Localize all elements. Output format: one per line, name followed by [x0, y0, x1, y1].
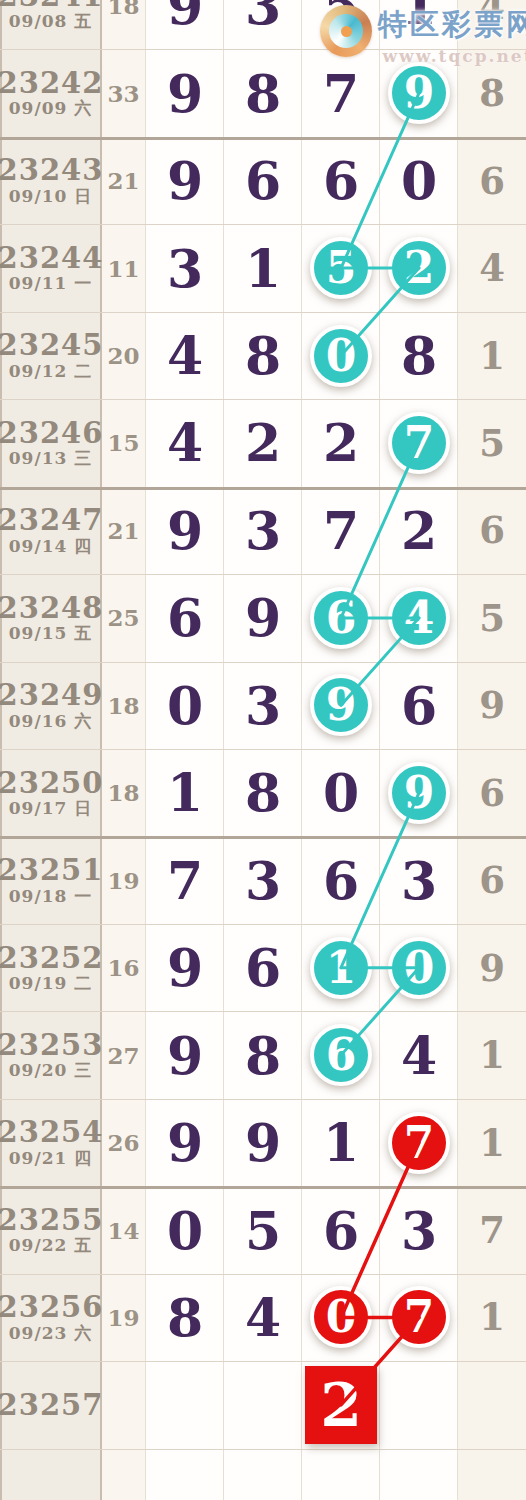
sum-cell: 14	[101, 1186, 146, 1273]
digit-cell: 7	[302, 487, 380, 574]
issue-wrap: 2324809/15 五	[0, 593, 103, 643]
issue-cell: 2325609/23 六	[0, 1274, 101, 1361]
date-label: 09/10 日	[9, 188, 92, 206]
digit-cell: 0	[302, 1274, 380, 1361]
issue-label: 23250	[0, 768, 103, 798]
sum-cell: 33	[101, 49, 146, 136]
issue-wrap: 2325109/18 一	[0, 855, 103, 905]
digit-cell: 0	[302, 749, 380, 836]
extra-cell: 1	[458, 1099, 526, 1186]
digit-cell: 6	[302, 837, 380, 924]
digit-cell: 3	[224, 0, 302, 49]
issue-label: 23243	[0, 155, 103, 185]
issue-wrap: 2324409/11 一	[0, 243, 103, 293]
table-row: 2325609/23 六1984071	[0, 1274, 526, 1362]
digit-cell: 6	[302, 1186, 380, 1273]
digit-cell	[302, 1449, 380, 1500]
sum-cell: 19	[101, 837, 146, 924]
date-label: 09/08 五	[9, 13, 92, 31]
issue-label: 23241	[0, 0, 103, 11]
digit-cell	[224, 1449, 302, 1500]
issue-cell: 2325509/22 五	[0, 1186, 101, 1273]
issue-wrap: 2324509/12 二	[0, 330, 103, 380]
digit-cell: 9	[224, 574, 302, 661]
table-row: 2325409/21 四2699171	[0, 1099, 526, 1189]
issue-wrap: 2325409/21 四	[0, 1117, 103, 1167]
digit-cell: 0	[380, 924, 458, 1011]
sum-cell	[101, 1449, 146, 1500]
extra-cell: 9	[458, 924, 526, 1011]
sum-cell: 11	[101, 224, 146, 311]
issue-wrap: 23257	[0, 1390, 103, 1420]
date-label: 09/22 五	[9, 1237, 92, 1255]
digit-cell: 0	[146, 662, 224, 749]
digit-cell: 7	[380, 1099, 458, 1186]
digit-cell: 9	[146, 49, 224, 136]
digit-cell: 7	[380, 399, 458, 486]
marked-circle-teal: 6	[310, 587, 372, 649]
issue-label: 23254	[0, 1117, 103, 1147]
digit-cell: 1	[224, 224, 302, 311]
table-row	[0, 1449, 526, 1500]
marked-circle-teal: 7	[388, 412, 450, 474]
marked-circle-red: 7	[388, 1286, 450, 1348]
digit-cell: 9	[302, 662, 380, 749]
date-label: 09/15 五	[9, 625, 92, 643]
issue-cell: 2324909/16 六	[0, 662, 101, 749]
digit-cell: 1	[302, 1099, 380, 1186]
issue-cell: 2324709/14 四	[0, 487, 101, 574]
marked-circle-teal: 2	[388, 237, 450, 299]
issue-label: 23252	[0, 943, 103, 973]
extra-cell: 6	[458, 487, 526, 574]
digit-cell: 6	[380, 662, 458, 749]
sum-cell: 27	[101, 1011, 146, 1098]
issue-wrap: 2324609/13 三	[0, 418, 103, 468]
extra-cell: 1	[458, 1274, 526, 1361]
site-name: 特区彩票网	[378, 5, 526, 45]
table-row: 2324409/11 一1131524	[0, 224, 526, 312]
issue-cell: 2324609/13 三	[0, 399, 101, 486]
digit-cell: 0	[380, 137, 458, 224]
issue-cell: 23257	[0, 1361, 101, 1448]
swirl-inner	[329, 14, 363, 48]
digit-cell: 6	[302, 574, 380, 661]
digit-cell: 1	[146, 749, 224, 836]
digit-cell: 8	[224, 1011, 302, 1098]
digit-cell: 6	[302, 137, 380, 224]
site-logo-text: 特区彩票网 www.tqcp.net	[378, 5, 526, 66]
digit-cell: 8	[224, 312, 302, 399]
digit-cell: 6	[302, 1011, 380, 1098]
site-watermark: 特区彩票网 www.tqcp.net	[320, 5, 526, 66]
date-label: 09/21 四	[9, 1150, 92, 1168]
sum-cell: 21	[101, 137, 146, 224]
date-label: 09/09 六	[9, 100, 92, 118]
date-label: 09/12 二	[9, 363, 92, 381]
digit-cell: 2	[224, 399, 302, 486]
digit-cell: 3	[224, 487, 302, 574]
table-row: 2325509/22 五1405637	[0, 1186, 526, 1274]
date-label: 09/17 日	[9, 800, 92, 818]
issue-label: 23247	[0, 505, 103, 535]
date-label: 09/16 六	[9, 713, 92, 731]
sum-cell: 18	[101, 0, 146, 49]
issue-label: 23242	[0, 68, 103, 98]
issue-cell: 2324809/15 五	[0, 574, 101, 661]
sum-cell: 21	[101, 487, 146, 574]
digit-cell: 8	[146, 1274, 224, 1361]
marked-circle-teal: 4	[388, 587, 450, 649]
digit-cell: 6	[146, 574, 224, 661]
digit-cell	[146, 1361, 224, 1448]
table-row: 2324509/12 二2048081	[0, 312, 526, 400]
issue-label: 23255	[0, 1205, 103, 1235]
table-row: 232572	[0, 1361, 526, 1449]
sum-cell: 15	[101, 399, 146, 486]
issue-wrap: 2325309/20 三	[0, 1030, 103, 1080]
extra-cell: 6	[458, 749, 526, 836]
issue-cell: 2325109/18 一	[0, 837, 101, 924]
sum-cell: 18	[101, 662, 146, 749]
marked-circle-teal: 0	[388, 937, 450, 999]
issue-cell: 2324309/10 日	[0, 137, 101, 224]
extra-cell	[458, 1449, 526, 1500]
table-row: 2324909/16 六1803969	[0, 662, 526, 750]
extra-cell: 1	[458, 312, 526, 399]
issue-wrap: 2324109/08 五	[0, 0, 103, 31]
digit-cell: 6	[224, 137, 302, 224]
table-row: 2325109/18 一1973636	[0, 837, 526, 925]
digit-cell: 7	[146, 837, 224, 924]
sum-cell: 25	[101, 574, 146, 661]
digit-cell: 0	[302, 312, 380, 399]
extra-cell: 5	[458, 574, 526, 661]
marked-circle-teal: 9	[388, 62, 450, 124]
issue-cell: 2325309/20 三	[0, 1011, 101, 1098]
marked-circle-teal: 5	[310, 237, 372, 299]
digit-cell: 3	[380, 837, 458, 924]
digit-cell: 5	[224, 1186, 302, 1273]
issue-label: 23246	[0, 418, 103, 448]
marked-circle-teal: 9	[310, 674, 372, 736]
sum-cell: 19	[101, 1274, 146, 1361]
issue-wrap: 2325509/22 五	[0, 1205, 103, 1255]
digit-cell: 5	[302, 224, 380, 311]
issue-cell	[0, 1449, 101, 1500]
digit-cell: 4	[146, 399, 224, 486]
digit-cell: 2	[380, 487, 458, 574]
date-label: 09/11 一	[9, 275, 92, 293]
extra-cell: 9	[458, 662, 526, 749]
issue-label: 23249	[0, 680, 103, 710]
digit-cell: 9	[146, 1099, 224, 1186]
issue-label: 23253	[0, 1030, 103, 1060]
issue-wrap: 2325609/23 六	[0, 1292, 103, 1342]
issue-cell: 2324509/12 二	[0, 312, 101, 399]
digit-cell: 4	[380, 574, 458, 661]
marked-circle-teal: 6	[310, 1024, 372, 1086]
digit-cell: 8	[224, 49, 302, 136]
date-label: 09/13 三	[9, 450, 92, 468]
digit-cell: 1	[302, 924, 380, 1011]
extra-cell: 7	[458, 1186, 526, 1273]
issue-cell: 2325009/17 日	[0, 749, 101, 836]
issue-label: 23256	[0, 1292, 103, 1322]
digit-cell: 3	[146, 224, 224, 311]
issue-cell: 2324209/09 六	[0, 49, 101, 136]
digit-cell: 8	[380, 312, 458, 399]
sum-cell: 18	[101, 749, 146, 836]
date-label: 09/18 一	[9, 888, 92, 906]
issue-cell: 2324109/08 五	[0, 0, 101, 49]
digit-cell: 4	[380, 1011, 458, 1098]
extra-cell	[458, 1361, 526, 1448]
issue-label: 23251	[0, 855, 103, 885]
digit-cell: 7	[380, 1274, 458, 1361]
extra-cell: 4	[458, 224, 526, 311]
digit-cell: 9	[224, 1099, 302, 1186]
issue-label: 23248	[0, 593, 103, 623]
digit-cell: 0	[146, 1186, 224, 1273]
date-label: 09/23 六	[9, 1325, 92, 1343]
issue-cell: 2325209/19 二	[0, 924, 101, 1011]
marked-circle-teal: 0	[310, 325, 372, 387]
digit-cell: 9	[146, 137, 224, 224]
swirl-center-dot	[341, 26, 352, 37]
extra-cell: 5	[458, 399, 526, 486]
date-label: 09/14 四	[9, 538, 92, 556]
digit-cell: 8	[224, 749, 302, 836]
digit-cell: 3	[224, 837, 302, 924]
site-logo-swirl-icon	[320, 5, 372, 57]
issue-wrap: 2325209/19 二	[0, 943, 103, 993]
extra-cell: 6	[458, 837, 526, 924]
table-row: 2325009/17 日1818096	[0, 749, 526, 839]
marked-circle-teal: 1	[310, 937, 372, 999]
issue-wrap: 2324309/10 日	[0, 155, 103, 205]
prediction-square: 2	[305, 1366, 377, 1444]
issue-label: 23245	[0, 330, 103, 360]
sum-cell: 20	[101, 312, 146, 399]
digit-cell: 9	[146, 487, 224, 574]
sum-cell: 26	[101, 1099, 146, 1186]
table-row: 2325209/19 二1696109	[0, 924, 526, 1012]
issue-wrap: 2324909/16 六	[0, 680, 103, 730]
digit-cell	[380, 1449, 458, 1500]
digit-cell: 9	[380, 749, 458, 836]
issue-label: 23244	[0, 243, 103, 273]
digit-cell: 2	[302, 1361, 380, 1448]
table-row: 2324809/15 五2569645	[0, 574, 526, 662]
sum-cell	[101, 1361, 146, 1448]
digit-cell: 2	[302, 399, 380, 486]
digit-cell: 9	[146, 0, 224, 49]
marked-circle-teal: 9	[388, 762, 450, 824]
table-row: 2324609/13 三1542275	[0, 399, 526, 489]
site-url: www.tqcp.net	[382, 46, 526, 66]
issue-wrap: 2324709/14 四	[0, 505, 103, 555]
marked-circle-red: 7	[388, 1112, 450, 1174]
digit-cell: 9	[146, 1011, 224, 1098]
digit-cell: 2	[380, 224, 458, 311]
digit-cell	[380, 1361, 458, 1448]
digit-cell	[146, 1449, 224, 1500]
extra-cell: 6	[458, 137, 526, 224]
table-row: 2324709/14 四2193726	[0, 487, 526, 575]
table-row: 2324309/10 日2196606	[0, 137, 526, 225]
digit-cell: 4	[146, 312, 224, 399]
issue-cell: 2324409/11 一	[0, 224, 101, 311]
digit-cell: 4	[224, 1274, 302, 1361]
digit-cell: 6	[224, 924, 302, 1011]
date-label: 09/20 三	[9, 1062, 92, 1080]
extra-cell: 1	[458, 1011, 526, 1098]
issue-cell: 2325409/21 四	[0, 1099, 101, 1186]
date-label: 09/19 二	[9, 975, 92, 993]
digit-cell: 9	[146, 924, 224, 1011]
sum-cell: 16	[101, 924, 146, 1011]
issue-wrap: 2324209/09 六	[0, 68, 103, 118]
digit-cell: 3	[224, 662, 302, 749]
table-row: 2325309/20 三2798641	[0, 1011, 526, 1099]
lottery-trend-chart: 2324109/08 五18935142324209/09 六339879823…	[0, 0, 526, 1500]
digit-cell: 3	[380, 1186, 458, 1273]
issue-wrap: 2325009/17 日	[0, 768, 103, 818]
digit-cell	[224, 1361, 302, 1448]
marked-circle-red: 0	[310, 1286, 372, 1348]
issue-label: 23257	[0, 1390, 103, 1420]
